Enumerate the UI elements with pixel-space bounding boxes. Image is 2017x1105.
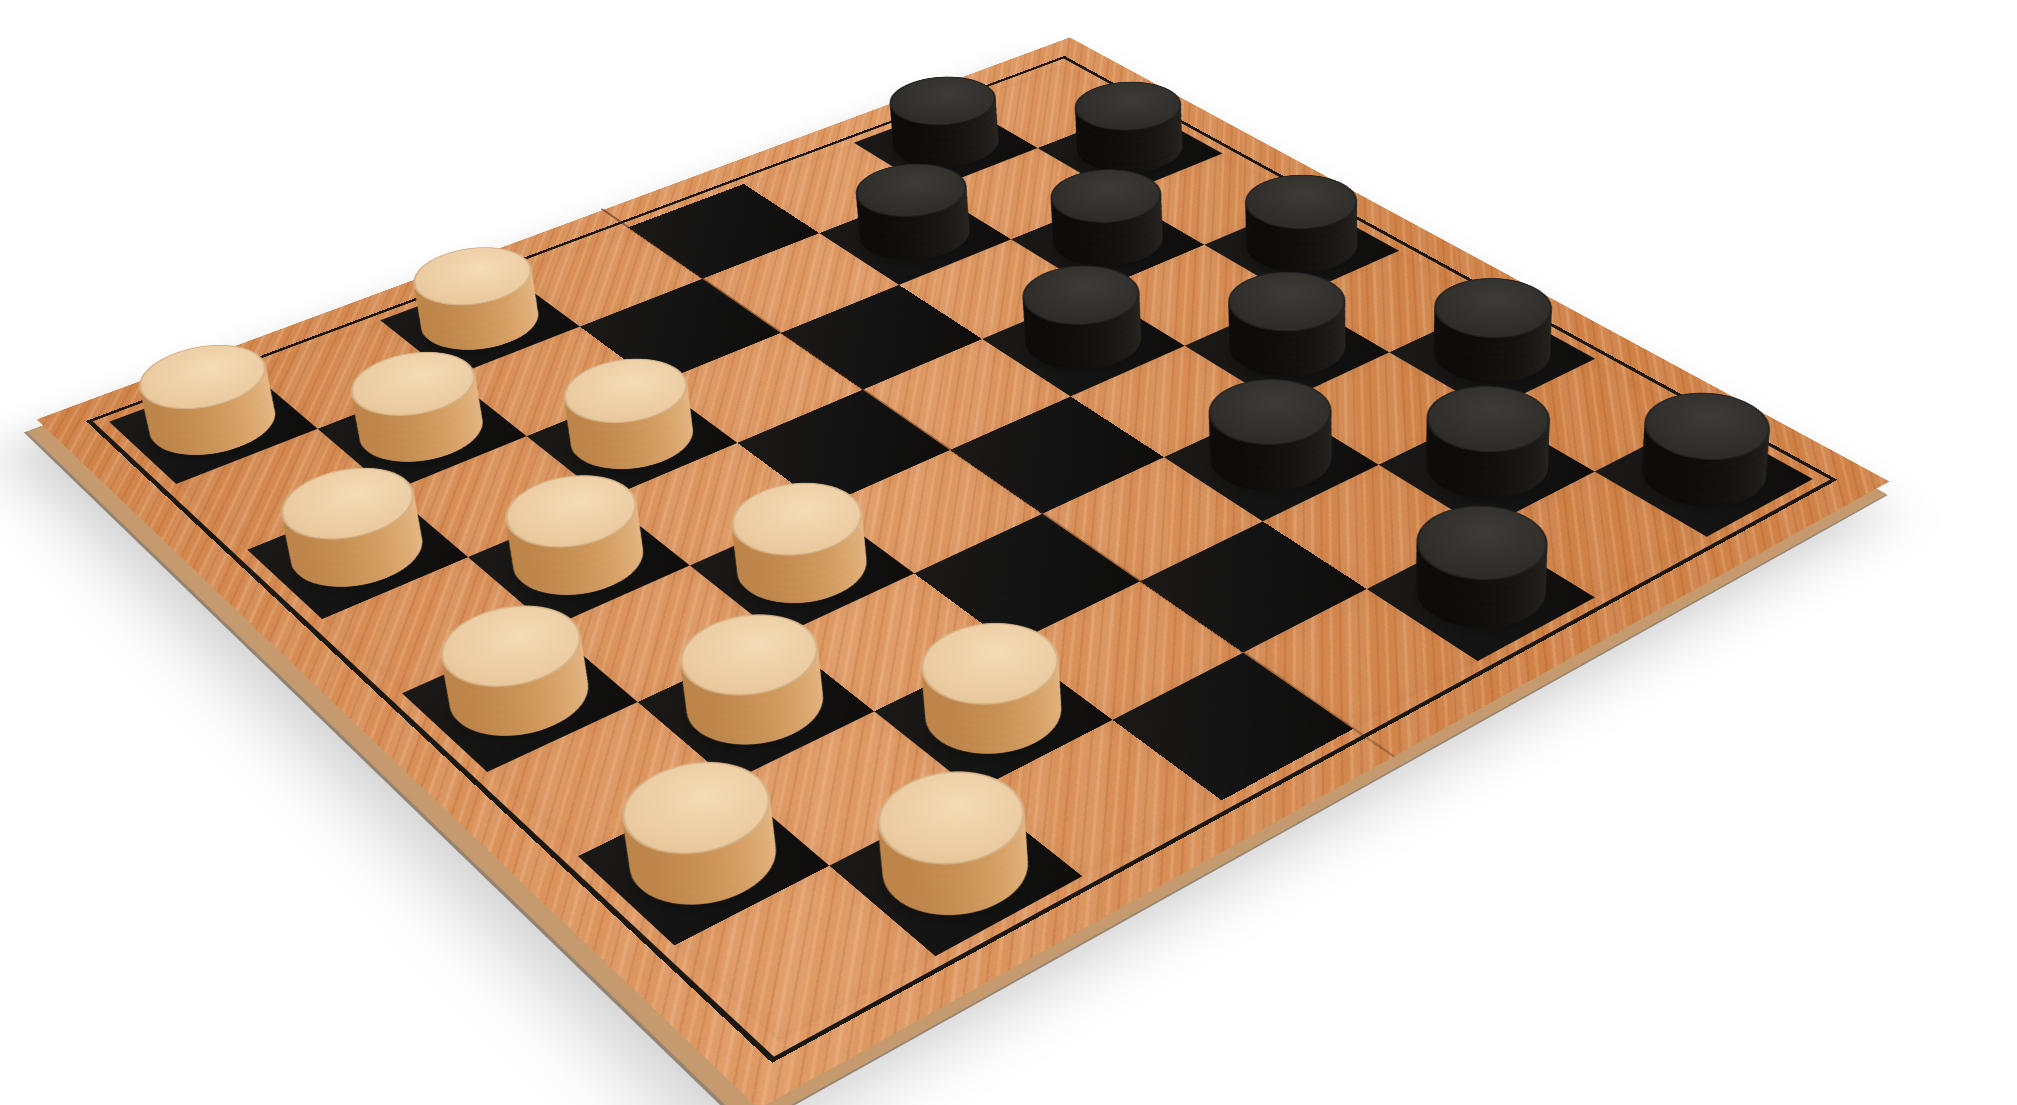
board-grid — [109, 65, 1813, 1042]
piece-white-man-c1[interactable] — [269, 503, 446, 605]
piece-white-man-a1[interactable] — [130, 381, 297, 472]
checkers-board — [37, 37, 1890, 1105]
piece-white-man-b2[interactable] — [338, 387, 506, 479]
board-frame-line — [86, 56, 1838, 1063]
piece-white-man-g3[interactable] — [898, 658, 1089, 775]
photo-scene — [0, 0, 2017, 1105]
